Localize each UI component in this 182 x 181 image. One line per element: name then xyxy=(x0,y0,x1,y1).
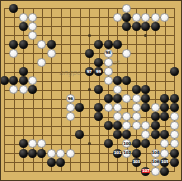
white-stone xyxy=(47,49,56,58)
white-stone xyxy=(160,139,169,148)
black-stone xyxy=(113,94,122,103)
black-stone xyxy=(113,130,122,139)
black-stone xyxy=(132,85,141,94)
star-point xyxy=(88,34,91,37)
black-stone xyxy=(113,121,122,130)
black-stone xyxy=(0,76,9,85)
black-stone xyxy=(75,130,84,139)
move-number-label: 102 xyxy=(123,151,130,155)
white-stone: 100 xyxy=(122,139,131,148)
white-stone xyxy=(37,139,46,148)
move-number-label: 98 xyxy=(106,51,111,55)
black-stone xyxy=(19,67,28,76)
black-stone xyxy=(170,94,179,103)
white-stone xyxy=(113,85,122,94)
black-stone xyxy=(75,103,84,112)
black-stone xyxy=(9,4,18,13)
white-stone xyxy=(104,58,113,67)
black-stone: 99 xyxy=(94,67,103,76)
white-stone xyxy=(66,112,75,121)
white-stone xyxy=(141,13,150,22)
black-stone xyxy=(170,158,179,167)
white-stone xyxy=(132,103,141,112)
white-stone xyxy=(151,103,160,112)
black-stone: 101 xyxy=(113,149,122,158)
black-stone xyxy=(28,85,37,94)
black-stone xyxy=(28,149,37,158)
move-number-label: 103 xyxy=(133,160,140,164)
white-stone xyxy=(28,22,37,31)
grid-line-vertical xyxy=(61,8,62,172)
white-stone xyxy=(19,85,28,94)
black-stone xyxy=(104,121,113,130)
move-number-label: 101 xyxy=(114,151,121,155)
grid-line-vertical xyxy=(70,8,71,172)
white-stone xyxy=(19,13,28,22)
black-stone xyxy=(113,40,122,49)
move-number-label: 105 xyxy=(161,160,168,164)
white-stone xyxy=(104,67,113,76)
black-stone xyxy=(141,94,150,103)
black-stone xyxy=(170,149,179,158)
white-stone xyxy=(160,13,169,22)
star-point xyxy=(88,88,91,91)
white-stone: 104 xyxy=(151,149,160,158)
white-stone xyxy=(28,76,37,85)
white-stone xyxy=(47,149,56,158)
white-stone xyxy=(132,13,141,22)
black-stone xyxy=(122,76,131,85)
white-stone xyxy=(28,139,37,148)
white-stone xyxy=(132,112,141,121)
white-stone xyxy=(28,13,37,22)
black-stone xyxy=(141,22,150,31)
black-stone xyxy=(94,103,103,112)
black-stone xyxy=(9,40,18,49)
black-stone: 97 xyxy=(85,67,94,76)
black-stone xyxy=(160,130,169,139)
white-stone xyxy=(122,112,131,121)
white-stone xyxy=(9,49,18,58)
move-number-label: 100 xyxy=(123,142,130,146)
white-stone xyxy=(113,103,122,112)
white-stone: 98 xyxy=(104,49,113,58)
black-stone xyxy=(85,49,94,58)
move-number-label: 97 xyxy=(87,70,92,74)
black-stone xyxy=(104,139,113,148)
move-number-label: 99 xyxy=(96,70,101,74)
white-stone xyxy=(141,130,150,139)
black-stone: 105 xyxy=(160,158,169,167)
white-stone xyxy=(37,58,46,67)
black-stone xyxy=(132,139,141,148)
black-stone xyxy=(160,167,169,176)
black-stone xyxy=(122,13,131,22)
white-stone: 102 xyxy=(122,149,131,158)
go-board[interactable]: HTPnet angpo 989799961001011021041031061… xyxy=(0,0,182,181)
black-stone xyxy=(151,22,160,31)
white-stone xyxy=(170,130,179,139)
white-stone xyxy=(141,121,150,130)
white-stone: 106 xyxy=(151,158,160,167)
white-stone xyxy=(37,40,46,49)
black-stone xyxy=(19,22,28,31)
white-stone xyxy=(66,103,75,112)
white-stone xyxy=(122,94,131,103)
black-stone xyxy=(94,112,103,121)
black-stone xyxy=(47,158,56,167)
move-number-label: 104 xyxy=(152,151,159,155)
white-stone xyxy=(151,13,160,22)
white-stone xyxy=(56,149,65,158)
black-stone xyxy=(141,103,150,112)
black-stone xyxy=(9,76,18,85)
black-stone xyxy=(47,40,56,49)
black-stone xyxy=(132,149,141,158)
black-stone: 103 xyxy=(132,158,141,167)
white-stone xyxy=(113,112,122,121)
star-point xyxy=(144,34,147,37)
white-stone xyxy=(170,121,179,130)
black-stone xyxy=(151,130,160,139)
white-stone xyxy=(104,76,113,85)
black-stone xyxy=(113,76,122,85)
black-stone xyxy=(94,40,103,49)
black-stone xyxy=(132,22,141,31)
white-stone xyxy=(9,85,18,94)
black-stone xyxy=(19,149,28,158)
black-stone xyxy=(19,40,28,49)
star-point xyxy=(88,142,91,145)
white-stone xyxy=(104,103,113,112)
move-number-label: 106 xyxy=(152,160,159,164)
black-stone xyxy=(160,112,169,121)
black-stone xyxy=(141,85,150,94)
black-stone xyxy=(104,40,113,49)
black-stone xyxy=(170,67,179,76)
white-stone xyxy=(28,31,37,40)
white-stone xyxy=(132,94,141,103)
grid-line-vertical xyxy=(4,8,5,172)
black-stone xyxy=(94,85,103,94)
black-stone xyxy=(151,112,160,121)
grid-line-vertical xyxy=(51,8,52,172)
white-stone: 96 xyxy=(66,94,75,103)
black-stone xyxy=(170,103,179,112)
black-stone xyxy=(122,130,131,139)
white-stone xyxy=(66,149,75,158)
white-stone xyxy=(132,121,141,130)
black-stone xyxy=(160,94,169,103)
white-stone xyxy=(160,149,169,158)
black-stone xyxy=(104,94,113,103)
black-stone xyxy=(122,22,131,31)
grid-line-vertical xyxy=(80,8,81,172)
black-stone xyxy=(151,121,160,130)
black-stone xyxy=(160,103,169,112)
grid-line-vertical xyxy=(155,8,156,172)
black-stone: 107 xyxy=(141,167,150,176)
black-stone xyxy=(56,158,65,167)
white-stone xyxy=(122,4,131,13)
black-stone xyxy=(141,139,150,148)
white-stone xyxy=(151,167,160,176)
white-stone xyxy=(170,139,179,148)
black-stone xyxy=(19,139,28,148)
black-stone xyxy=(37,149,46,158)
white-stone xyxy=(122,121,131,130)
white-stone xyxy=(122,49,131,58)
black-stone xyxy=(19,76,28,85)
white-stone xyxy=(170,112,179,121)
move-number-label: 107 xyxy=(142,169,150,173)
black-stone xyxy=(94,58,103,67)
white-stone xyxy=(113,13,122,22)
move-number-label: 96 xyxy=(68,97,73,101)
